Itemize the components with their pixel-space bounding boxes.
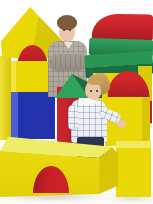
toddler-head [83, 73, 110, 104]
toddler-eye [96, 90, 98, 92]
older-boy-head [56, 15, 79, 44]
older-boy-crossed-arms [50, 54, 86, 69]
block-halfcylinder-red-top [92, 13, 153, 40]
photo-soft-play-blocks [0, 0, 153, 204]
toddler-bangs [87, 78, 104, 85]
block-cube-yellow-left [11, 61, 52, 94]
toddler-hand [117, 120, 126, 128]
toddler-left-arm [68, 105, 78, 130]
block-tall-yellow-left [0, 56, 11, 140]
block-cube-yellow-right-lower [116, 141, 151, 197]
older-boy-eye [69, 29, 71, 31]
block-bench-yellow-with-arch [0, 135, 118, 197]
block-cube-blue [11, 92, 55, 139]
toddler-eye [90, 90, 92, 92]
older-boy-eye [63, 29, 65, 31]
older-boy-hair [57, 15, 77, 30]
